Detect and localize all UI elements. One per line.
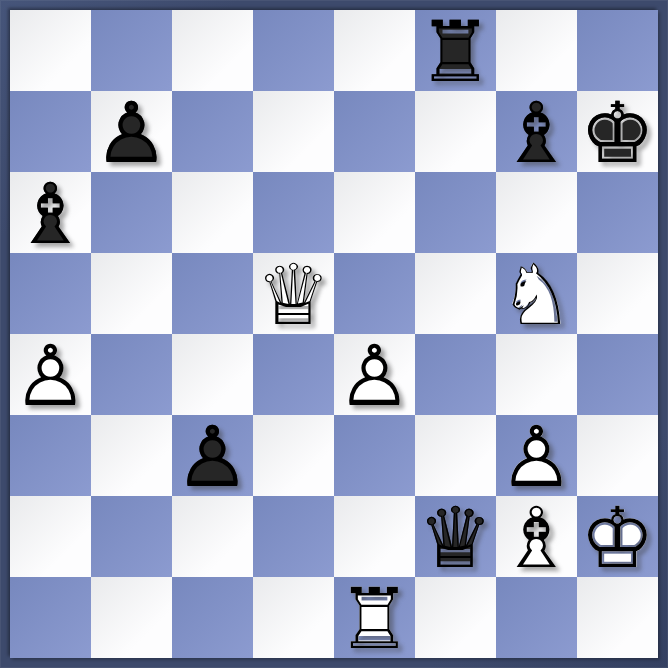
square-b1[interactable] — [91, 577, 172, 658]
square-a4[interactable]: ♟♙ — [10, 334, 91, 415]
square-d6[interactable] — [253, 172, 334, 253]
piece-white-bishop[interactable]: ♝♗ — [496, 496, 577, 577]
piece-white-king[interactable]: ♚♔ — [577, 496, 658, 577]
piece-black-pawn[interactable]: ♟♙ — [91, 91, 172, 172]
square-h7[interactable]: ♚♔ — [577, 91, 658, 172]
square-e5[interactable] — [334, 253, 415, 334]
square-d1[interactable] — [253, 577, 334, 658]
square-g7[interactable]: ♝♗ — [496, 91, 577, 172]
square-c8[interactable] — [172, 10, 253, 91]
pawn-outline-glyph: ♙ — [175, 415, 250, 499]
piece-white-queen[interactable]: ♛♕ — [253, 253, 334, 334]
piece-white-pawn[interactable]: ♟♙ — [496, 415, 577, 496]
square-h3[interactable] — [577, 415, 658, 496]
square-b5[interactable] — [91, 253, 172, 334]
square-c6[interactable] — [172, 172, 253, 253]
piece-black-bishop[interactable]: ♝♗ — [496, 91, 577, 172]
square-e4[interactable]: ♟♙ — [334, 334, 415, 415]
square-e6[interactable] — [334, 172, 415, 253]
pawn-outline-glyph: ♙ — [94, 91, 169, 175]
square-h5[interactable] — [577, 253, 658, 334]
square-e1[interactable]: ♜♖ — [334, 577, 415, 658]
square-f5[interactable] — [415, 253, 496, 334]
bishop-fill-glyph: ♝ — [13, 172, 88, 256]
square-c2[interactable] — [172, 496, 253, 577]
square-e2[interactable] — [334, 496, 415, 577]
king-fill-glyph: ♚ — [580, 496, 655, 580]
piece-black-queen[interactable]: ♛♕ — [415, 496, 496, 577]
queen-outline-glyph: ♕ — [256, 253, 331, 337]
square-h4[interactable] — [577, 334, 658, 415]
knight-fill-glyph: ♞ — [499, 253, 574, 337]
square-g5[interactable]: ♞♘ — [496, 253, 577, 334]
square-c5[interactable] — [172, 253, 253, 334]
square-h1[interactable] — [577, 577, 658, 658]
square-a6[interactable]: ♝♗ — [10, 172, 91, 253]
pawn-fill-glyph: ♟ — [499, 415, 574, 499]
square-h2[interactable]: ♚♔ — [577, 496, 658, 577]
king-outline-glyph: ♔ — [580, 91, 655, 175]
rook-outline-glyph: ♖ — [418, 10, 493, 94]
square-c3[interactable]: ♟♙ — [172, 415, 253, 496]
square-f8[interactable]: ♜♖ — [415, 10, 496, 91]
piece-black-rook[interactable]: ♜♖ — [415, 10, 496, 91]
queen-outline-glyph: ♕ — [418, 496, 493, 580]
rook-fill-glyph: ♜ — [337, 577, 412, 661]
piece-black-pawn[interactable]: ♟♙ — [172, 415, 253, 496]
bishop-fill-glyph: ♝ — [499, 91, 574, 175]
square-d4[interactable] — [253, 334, 334, 415]
rook-outline-glyph: ♖ — [337, 577, 412, 661]
square-b7[interactable]: ♟♙ — [91, 91, 172, 172]
chess-board: ♜♖♟♙♝♗♚♔♝♗♛♕♞♘♟♙♟♙♟♙♟♙♛♕♝♗♚♔♜♖ — [10, 10, 658, 658]
square-d3[interactable] — [253, 415, 334, 496]
square-d5[interactable]: ♛♕ — [253, 253, 334, 334]
square-c1[interactable] — [172, 577, 253, 658]
king-outline-glyph: ♔ — [580, 496, 655, 580]
pawn-outline-glyph: ♙ — [499, 415, 574, 499]
square-a8[interactable] — [10, 10, 91, 91]
square-h6[interactable] — [577, 172, 658, 253]
square-c7[interactable] — [172, 91, 253, 172]
bishop-fill-glyph: ♝ — [499, 496, 574, 580]
pawn-fill-glyph: ♟ — [94, 91, 169, 175]
square-f3[interactable] — [415, 415, 496, 496]
square-g8[interactable] — [496, 10, 577, 91]
square-d2[interactable] — [253, 496, 334, 577]
bishop-outline-glyph: ♗ — [13, 172, 88, 256]
piece-white-pawn[interactable]: ♟♙ — [10, 334, 91, 415]
pawn-fill-glyph: ♟ — [13, 334, 88, 418]
chess-board-frame: ♜♖♟♙♝♗♚♔♝♗♛♕♞♘♟♙♟♙♟♙♟♙♛♕♝♗♚♔♜♖ — [0, 0, 668, 668]
square-g6[interactable] — [496, 172, 577, 253]
pawn-outline-glyph: ♙ — [13, 334, 88, 418]
square-g4[interactable] — [496, 334, 577, 415]
square-e8[interactable] — [334, 10, 415, 91]
square-c4[interactable] — [172, 334, 253, 415]
pawn-fill-glyph: ♟ — [337, 334, 412, 418]
square-b3[interactable] — [91, 415, 172, 496]
square-g1[interactable] — [496, 577, 577, 658]
square-b2[interactable] — [91, 496, 172, 577]
square-e7[interactable] — [334, 91, 415, 172]
square-b4[interactable] — [91, 334, 172, 415]
piece-white-pawn[interactable]: ♟♙ — [334, 334, 415, 415]
piece-white-rook[interactable]: ♜♖ — [334, 577, 415, 658]
square-d7[interactable] — [253, 91, 334, 172]
square-b8[interactable] — [91, 10, 172, 91]
square-a2[interactable] — [10, 496, 91, 577]
square-f4[interactable] — [415, 334, 496, 415]
bishop-outline-glyph: ♗ — [499, 496, 574, 580]
square-d8[interactable] — [253, 10, 334, 91]
rook-fill-glyph: ♜ — [418, 10, 493, 94]
square-a7[interactable] — [10, 91, 91, 172]
piece-black-bishop[interactable]: ♝♗ — [10, 172, 91, 253]
piece-white-knight[interactable]: ♞♘ — [496, 253, 577, 334]
square-h8[interactable] — [577, 10, 658, 91]
bishop-outline-glyph: ♗ — [499, 91, 574, 175]
pawn-fill-glyph: ♟ — [175, 415, 250, 499]
square-b6[interactable] — [91, 172, 172, 253]
pawn-outline-glyph: ♙ — [337, 334, 412, 418]
queen-fill-glyph: ♛ — [256, 253, 331, 337]
square-a5[interactable] — [10, 253, 91, 334]
square-f7[interactable] — [415, 91, 496, 172]
square-f6[interactable] — [415, 172, 496, 253]
square-f1[interactable] — [415, 577, 496, 658]
square-a1[interactable] — [10, 577, 91, 658]
king-fill-glyph: ♚ — [580, 91, 655, 175]
square-e3[interactable] — [334, 415, 415, 496]
square-a3[interactable] — [10, 415, 91, 496]
square-g3[interactable]: ♟♙ — [496, 415, 577, 496]
square-f2[interactable]: ♛♕ — [415, 496, 496, 577]
queen-fill-glyph: ♛ — [418, 496, 493, 580]
piece-black-king[interactable]: ♚♔ — [577, 91, 658, 172]
knight-outline-glyph: ♘ — [499, 253, 574, 337]
square-g2[interactable]: ♝♗ — [496, 496, 577, 577]
